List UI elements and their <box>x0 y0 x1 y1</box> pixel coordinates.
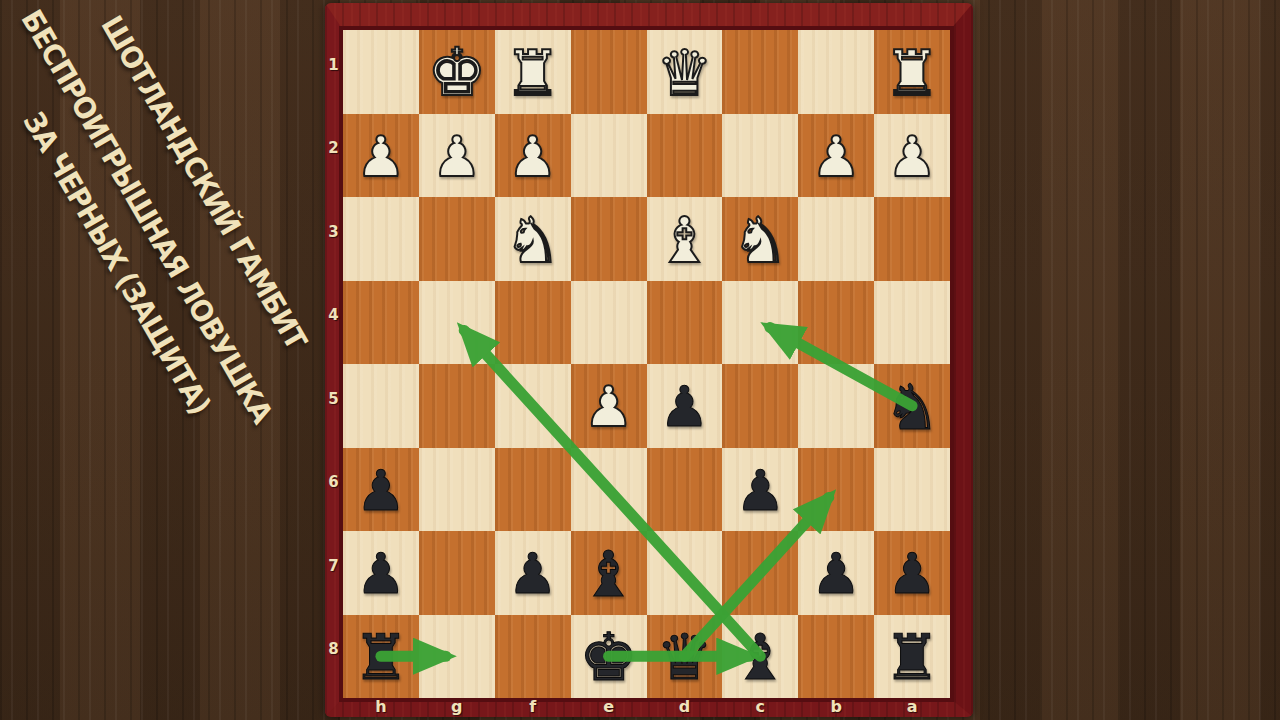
square-h8[interactable]: ♜ <box>343 615 419 699</box>
file-label-f: f <box>495 697 571 716</box>
white-pawn-g2[interactable]: ♟ <box>432 129 482 185</box>
square-a1[interactable]: ♜ <box>874 30 950 114</box>
square-b8[interactable] <box>798 615 874 699</box>
square-a7[interactable]: ♟ <box>874 531 950 615</box>
square-h5[interactable] <box>343 364 419 448</box>
square-b5[interactable] <box>798 364 874 448</box>
rank-label-5: 5 <box>324 357 343 441</box>
white-pawn-h2[interactable]: ♟ <box>356 129 406 185</box>
square-d3[interactable]: ♝ <box>647 197 723 281</box>
square-e4[interactable] <box>571 281 647 365</box>
rank-label-7: 7 <box>324 524 343 608</box>
square-c5[interactable] <box>722 364 798 448</box>
square-c6[interactable]: ♟ <box>722 448 798 532</box>
white-pawn-b2[interactable]: ♟ <box>811 129 861 185</box>
white-rook-a1[interactable]: ♜ <box>884 42 940 105</box>
white-queen-d1[interactable]: ♛ <box>656 42 712 105</box>
square-d4[interactable] <box>647 281 723 365</box>
square-f1[interactable]: ♜ <box>495 30 571 114</box>
square-h2[interactable]: ♟ <box>343 114 419 198</box>
square-d6[interactable] <box>647 448 723 532</box>
file-labels: hgfedcba <box>343 697 950 716</box>
square-g6[interactable] <box>419 448 495 532</box>
black-pawn-h7[interactable]: ♟ <box>356 546 406 602</box>
square-c8[interactable]: ♝ <box>722 615 798 699</box>
white-knight-c3[interactable]: ♞ <box>732 209 788 272</box>
file-label-c: c <box>722 697 798 716</box>
square-c7[interactable] <box>722 531 798 615</box>
square-h4[interactable] <box>343 281 419 365</box>
square-e1[interactable] <box>571 30 647 114</box>
black-pawn-d5[interactable]: ♟ <box>659 379 709 435</box>
square-g2[interactable]: ♟ <box>419 114 495 198</box>
black-pawn-a7[interactable]: ♟ <box>887 546 937 602</box>
white-pawn-e5[interactable]: ♟ <box>583 379 633 435</box>
black-pawn-f7[interactable]: ♟ <box>508 546 558 602</box>
square-g8[interactable] <box>419 615 495 699</box>
square-f8[interactable] <box>495 615 571 699</box>
square-g1[interactable]: ♚ <box>419 30 495 114</box>
square-b7[interactable]: ♟ <box>798 531 874 615</box>
square-g3[interactable] <box>419 197 495 281</box>
square-e8[interactable]: ♚ <box>571 615 647 699</box>
file-label-h: h <box>343 697 419 716</box>
square-h3[interactable] <box>343 197 419 281</box>
rank-label-3: 3 <box>324 190 343 274</box>
white-rook-f1[interactable]: ♜ <box>504 42 560 105</box>
square-c1[interactable] <box>722 30 798 114</box>
square-g7[interactable] <box>419 531 495 615</box>
square-f6[interactable] <box>495 448 571 532</box>
square-f5[interactable] <box>495 364 571 448</box>
rank-label-2: 2 <box>324 107 343 191</box>
square-h6[interactable]: ♟ <box>343 448 419 532</box>
white-bishop-d3[interactable]: ♝ <box>656 209 712 272</box>
square-f7[interactable]: ♟ <box>495 531 571 615</box>
square-c3[interactable]: ♞ <box>722 197 798 281</box>
square-c4[interactable] <box>722 281 798 365</box>
square-d2[interactable] <box>647 114 723 198</box>
square-h1[interactable] <box>343 30 419 114</box>
chess-board: ♚♜♛♜♟♟♟♟♟♞♝♞♟♟♞♟♟♟♟♝♟♟♜♚♛♝♜ <box>343 30 950 698</box>
square-e5[interactable]: ♟ <box>571 364 647 448</box>
rank-label-8: 8 <box>324 608 343 692</box>
square-h7[interactable]: ♟ <box>343 531 419 615</box>
black-bishop-c8[interactable]: ♝ <box>732 626 788 689</box>
square-e3[interactable] <box>571 197 647 281</box>
black-queen-d8[interactable]: ♛ <box>656 626 712 689</box>
square-b2[interactable]: ♟ <box>798 114 874 198</box>
black-pawn-b7[interactable]: ♟ <box>811 546 861 602</box>
square-d7[interactable] <box>647 531 723 615</box>
square-a3[interactable] <box>874 197 950 281</box>
square-c2[interactable] <box>722 114 798 198</box>
rank-label-4: 4 <box>324 274 343 358</box>
square-a2[interactable]: ♟ <box>874 114 950 198</box>
black-knight-a5[interactable]: ♞ <box>884 376 940 439</box>
rank-label-1: 1 <box>324 23 343 107</box>
file-label-g: g <box>419 697 495 716</box>
rank-labels: 12345678 <box>324 30 343 698</box>
white-king-g1[interactable]: ♚ <box>427 40 486 106</box>
square-a8[interactable]: ♜ <box>874 615 950 699</box>
rank-label-6: 6 <box>324 441 343 525</box>
square-f2[interactable]: ♟ <box>495 114 571 198</box>
white-knight-f3[interactable]: ♞ <box>504 209 560 272</box>
white-pawn-f2[interactable]: ♟ <box>508 129 558 185</box>
black-rook-h8[interactable]: ♜ <box>353 626 409 689</box>
square-f3[interactable]: ♞ <box>495 197 571 281</box>
square-b4[interactable] <box>798 281 874 365</box>
square-d8[interactable]: ♛ <box>647 615 723 699</box>
square-f4[interactable] <box>495 281 571 365</box>
file-label-b: b <box>798 697 874 716</box>
file-label-a: a <box>874 697 950 716</box>
black-rook-a8[interactable]: ♜ <box>884 626 940 689</box>
square-e2[interactable] <box>571 114 647 198</box>
black-bishop-e7[interactable]: ♝ <box>580 543 636 606</box>
square-d1[interactable]: ♛ <box>647 30 723 114</box>
black-pawn-c6[interactable]: ♟ <box>735 463 785 519</box>
white-pawn-a2[interactable]: ♟ <box>887 129 937 185</box>
square-g4[interactable] <box>419 281 495 365</box>
square-e6[interactable] <box>571 448 647 532</box>
square-a4[interactable] <box>874 281 950 365</box>
square-b6[interactable] <box>798 448 874 532</box>
file-label-d: d <box>647 697 723 716</box>
black-king-e8[interactable]: ♚ <box>579 625 638 691</box>
square-b1[interactable] <box>798 30 874 114</box>
square-d5[interactable]: ♟ <box>647 364 723 448</box>
square-a5[interactable]: ♞ <box>874 364 950 448</box>
file-label-e: e <box>571 697 647 716</box>
black-pawn-h6[interactable]: ♟ <box>356 463 406 519</box>
square-g5[interactable] <box>419 364 495 448</box>
square-e7[interactable]: ♝ <box>571 531 647 615</box>
square-b3[interactable] <box>798 197 874 281</box>
square-a6[interactable] <box>874 448 950 532</box>
